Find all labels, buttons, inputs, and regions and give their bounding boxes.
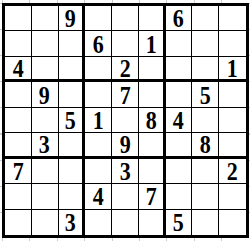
cell-r7c5[interactable]: 3 — [112, 159, 139, 184]
cell-r3c6[interactable] — [139, 57, 166, 82]
cell-r8c7[interactable] — [166, 184, 193, 209]
cell-r9c1[interactable] — [5, 210, 32, 235]
cell-r5c7[interactable]: 4 — [166, 108, 193, 133]
cell-r8c1[interactable] — [5, 184, 32, 209]
cell-r2c6[interactable]: 1 — [139, 31, 166, 56]
cell-r5c4[interactable]: 1 — [85, 108, 112, 133]
cell-r5c8[interactable] — [192, 108, 219, 133]
cell-r2c9[interactable] — [219, 31, 246, 56]
cell-r4c9[interactable] — [219, 82, 246, 107]
cell-r3c8[interactable] — [192, 57, 219, 82]
given-digit: 1 — [227, 57, 238, 81]
cell-r6c9[interactable] — [219, 133, 246, 158]
cell-r1c3[interactable]: 9 — [59, 6, 86, 31]
sudoku-puzzle: 966142197551843987324735 — [0, 0, 250, 241]
cell-r3c3[interactable] — [59, 57, 86, 82]
cell-r8c6[interactable]: 7 — [139, 184, 166, 209]
cell-r2c3[interactable] — [59, 31, 86, 56]
cell-r1c8[interactable] — [192, 6, 219, 31]
cell-r9c5[interactable] — [112, 210, 139, 235]
cell-r4c1[interactable] — [5, 82, 32, 107]
cell-r4c3[interactable] — [59, 82, 86, 107]
cell-r6c2[interactable]: 3 — [32, 133, 59, 158]
given-digit: 1 — [93, 108, 104, 133]
cell-r8c2[interactable] — [32, 184, 59, 209]
cell-r8c8[interactable] — [192, 184, 219, 209]
cell-r7c7[interactable] — [166, 159, 193, 184]
cell-r1c7[interactable]: 6 — [166, 6, 193, 31]
cell-r5c6[interactable]: 8 — [139, 108, 166, 133]
cell-r6c5[interactable]: 9 — [112, 133, 139, 158]
cell-r6c6[interactable] — [139, 133, 166, 158]
cell-r1c1[interactable] — [5, 6, 32, 31]
cell-r2c7[interactable] — [166, 31, 193, 56]
given-digit: 4 — [93, 184, 104, 209]
cell-r6c7[interactable] — [166, 133, 193, 158]
margin-ticks-right — [249, 3, 250, 238]
cell-r8c9[interactable] — [219, 184, 246, 209]
given-digit: 2 — [119, 57, 130, 81]
given-digit: 5 — [200, 82, 211, 107]
cell-r4c5[interactable]: 7 — [112, 82, 139, 107]
given-digit: 7 — [119, 82, 130, 107]
given-digit: 3 — [39, 133, 50, 157]
cell-r5c5[interactable] — [112, 108, 139, 133]
cell-r1c9[interactable] — [219, 6, 246, 31]
cell-r2c2[interactable] — [32, 31, 59, 56]
cell-r4c4[interactable] — [85, 82, 112, 107]
cell-r7c3[interactable] — [59, 159, 86, 184]
cell-r1c4[interactable] — [85, 6, 112, 31]
given-digit: 8 — [200, 133, 211, 157]
cell-r8c5[interactable] — [112, 184, 139, 209]
cell-r9c2[interactable] — [32, 210, 59, 235]
cell-r3c9[interactable]: 1 — [219, 57, 246, 82]
cell-r6c4[interactable] — [85, 133, 112, 158]
cell-r5c1[interactable] — [5, 108, 32, 133]
cell-r6c8[interactable]: 8 — [192, 133, 219, 158]
cell-r3c2[interactable] — [32, 57, 59, 82]
cell-r3c5[interactable]: 2 — [112, 57, 139, 82]
cell-r7c9[interactable]: 2 — [219, 159, 246, 184]
given-digit: 5 — [173, 210, 184, 235]
cell-r3c4[interactable] — [85, 57, 112, 82]
given-digit: 9 — [65, 6, 76, 31]
given-digit: 1 — [145, 31, 156, 56]
given-digit: 9 — [39, 82, 50, 107]
cell-r9c7[interactable]: 5 — [166, 210, 193, 235]
cell-r8c3[interactable] — [59, 184, 86, 209]
cell-r4c8[interactable]: 5 — [192, 82, 219, 107]
cell-r6c3[interactable] — [59, 133, 86, 158]
given-digit: 6 — [173, 6, 184, 31]
given-digit: 2 — [227, 159, 238, 184]
given-digit: 8 — [145, 108, 156, 133]
cell-r9c3[interactable]: 3 — [59, 210, 86, 235]
given-digit: 9 — [119, 133, 130, 157]
given-digit: 5 — [65, 108, 76, 133]
cell-r9c9[interactable] — [219, 210, 246, 235]
cell-r6c1[interactable] — [5, 133, 32, 158]
cell-r7c1[interactable]: 7 — [5, 159, 32, 184]
cell-r1c6[interactable] — [139, 6, 166, 31]
given-digit: 4 — [173, 108, 184, 133]
given-digit: 7 — [145, 184, 156, 209]
given-digit: 3 — [65, 210, 76, 235]
cell-r7c6[interactable] — [139, 159, 166, 184]
cell-r4c2[interactable]: 9 — [32, 82, 59, 107]
cell-r5c3[interactable]: 5 — [59, 108, 86, 133]
cell-r2c5[interactable] — [112, 31, 139, 56]
given-digit: 4 — [12, 57, 23, 81]
cell-r8c4[interactable]: 4 — [85, 184, 112, 209]
cell-r1c2[interactable] — [32, 6, 59, 31]
cell-r2c1[interactable] — [5, 31, 32, 56]
cell-r7c4[interactable] — [85, 159, 112, 184]
cell-r3c7[interactable] — [166, 57, 193, 82]
cell-r5c9[interactable] — [219, 108, 246, 133]
cell-r1c5[interactable] — [112, 6, 139, 31]
cell-r9c6[interactable] — [139, 210, 166, 235]
cell-r9c8[interactable] — [192, 210, 219, 235]
given-digit: 6 — [93, 31, 104, 56]
cell-r2c4[interactable]: 6 — [85, 31, 112, 56]
cell-r2c8[interactable] — [192, 31, 219, 56]
cell-r4c7[interactable] — [166, 82, 193, 107]
given-digit: 3 — [119, 159, 130, 184]
cell-r7c2[interactable] — [32, 159, 59, 184]
given-digit: 7 — [12, 159, 23, 184]
cell-r9c4[interactable] — [85, 210, 112, 235]
cell-r4c6[interactable] — [139, 82, 166, 107]
cell-r7c8[interactable] — [192, 159, 219, 184]
sudoku-board: 966142197551843987324735 — [2, 3, 249, 238]
cell-r3c1[interactable]: 4 — [5, 57, 32, 82]
cell-r5c2[interactable] — [32, 108, 59, 133]
